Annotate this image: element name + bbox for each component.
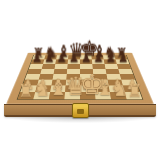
black-queen-d8: ♛ xyxy=(68,40,80,59)
black-rook-h8: ♜ xyxy=(116,46,128,59)
square-f1: ♝ xyxy=(95,92,111,99)
square-e2: ♟ xyxy=(80,86,95,93)
product-photo: ♜♞♝♛♚♝♞♜♟♟♟♟♟♟♟♟♟♟♟♟♟♟♟♟♜♞♝♛♚♝♞♜ xyxy=(0,0,160,160)
white-pawn-b2: ♟ xyxy=(35,78,50,92)
clasp-keyhole xyxy=(77,109,84,114)
white-pawn-e2: ♟ xyxy=(80,78,95,92)
chess-board: ♜♞♝♛♚♝♞♜♟♟♟♟♟♟♟♟♟♟♟♟♟♟♟♟♜♞♝♛♚♝♞♜ xyxy=(6,53,154,104)
black-bishop-f8: ♝ xyxy=(92,43,104,59)
white-pawn-f2: ♟ xyxy=(95,78,110,92)
square-f2: ♟ xyxy=(94,86,110,93)
square-e1: ♚ xyxy=(80,92,96,99)
square-d2: ♟ xyxy=(65,86,80,93)
board-grid: ♜♞♝♛♚♝♞♜♟♟♟♟♟♟♟♟♟♟♟♟♟♟♟♟♜♞♝♛♚♝♞♜ xyxy=(17,55,144,100)
black-bishop-c8: ♝ xyxy=(56,43,68,59)
black-knight-b8: ♞ xyxy=(44,45,56,60)
chess-set: ♜♞♝♛♚♝♞♜♟♟♟♟♟♟♟♟♟♟♟♟♟♟♟♟♜♞♝♛♚♝♞♜ xyxy=(0,0,160,160)
square-a1: ♜ xyxy=(18,92,36,99)
black-king-e8: ♚ xyxy=(80,39,92,60)
black-rook-a8: ♜ xyxy=(32,46,44,59)
square-d1: ♛ xyxy=(64,92,80,99)
white-pawn-h2: ♟ xyxy=(125,78,140,92)
white-pawn-a2: ♟ xyxy=(20,78,35,92)
square-h2: ♟ xyxy=(123,86,140,93)
square-c2: ♟ xyxy=(50,86,66,93)
square-h1: ♜ xyxy=(125,92,143,99)
square-c1: ♝ xyxy=(49,92,65,99)
square-b2: ♟ xyxy=(35,86,51,93)
white-pawn-d2: ♟ xyxy=(65,78,80,92)
white-pawn-g2: ♟ xyxy=(110,78,125,92)
square-b1: ♞ xyxy=(33,92,50,99)
white-pawn-c2: ♟ xyxy=(50,78,65,92)
square-g2: ♟ xyxy=(109,86,125,93)
black-knight-g8: ♞ xyxy=(104,45,116,60)
brass-clasp-icon xyxy=(72,103,89,118)
